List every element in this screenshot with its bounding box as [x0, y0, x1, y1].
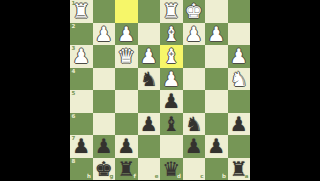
square-f6[interactable]	[115, 113, 138, 136]
piece-white-queen[interactable]: ♛	[117, 46, 135, 66]
square-f3[interactable]: ♛	[115, 45, 138, 68]
chess-board: 1♜♜♚2♟♟♝♟♟3♟♛♟♝♟4♞♟♞5♟6♟♝♞♟7♟♟♟♟♟8hg♚f♜e…	[70, 0, 250, 180]
square-a1[interactable]	[228, 0, 251, 23]
square-e3[interactable]: ♟	[138, 45, 161, 68]
piece-white-king[interactable]: ♚	[185, 1, 203, 21]
square-h4[interactable]: 4	[70, 68, 93, 91]
square-a4[interactable]: ♞	[228, 68, 251, 91]
square-a5[interactable]	[228, 90, 251, 113]
square-g7[interactable]: ♟	[93, 135, 116, 158]
file-label-c: c	[200, 174, 203, 180]
square-d8[interactable]: d♛	[160, 158, 183, 181]
file-label-e: e	[155, 174, 159, 180]
square-d5[interactable]: ♟	[160, 90, 183, 113]
square-e4[interactable]: ♞	[138, 68, 161, 91]
square-g2[interactable]: ♟	[93, 23, 116, 46]
piece-white-rook[interactable]: ♜	[72, 1, 90, 21]
square-h8[interactable]: 8h	[70, 158, 93, 181]
square-b7[interactable]: ♟	[205, 135, 228, 158]
square-b2[interactable]: ♟	[205, 23, 228, 46]
square-c8[interactable]: c	[183, 158, 206, 181]
piece-black-pawn[interactable]: ♟	[117, 136, 135, 156]
piece-black-pawn[interactable]: ♟	[207, 136, 225, 156]
piece-black-pawn[interactable]: ♟	[230, 113, 248, 133]
rank-label-6: 6	[72, 114, 76, 120]
letterbox-right	[250, 0, 320, 180]
square-e2[interactable]	[138, 23, 161, 46]
rank-label-2: 2	[72, 24, 76, 30]
rank-label-8: 8	[72, 159, 76, 165]
piece-white-pawn[interactable]: ♟	[185, 23, 203, 43]
square-h2[interactable]: 2	[70, 23, 93, 46]
square-e5[interactable]	[138, 90, 161, 113]
square-d3[interactable]: ♝	[160, 45, 183, 68]
square-b4[interactable]	[205, 68, 228, 91]
square-a6[interactable]: ♟	[228, 113, 251, 136]
piece-black-queen[interactable]: ♛	[162, 158, 180, 178]
piece-black-knight[interactable]: ♞	[185, 113, 203, 133]
square-a2[interactable]	[228, 23, 251, 46]
square-f8[interactable]: f♜	[115, 158, 138, 181]
square-g1[interactable]	[93, 0, 116, 23]
square-f2[interactable]: ♟	[115, 23, 138, 46]
square-a7[interactable]	[228, 135, 251, 158]
square-e7[interactable]	[138, 135, 161, 158]
square-e1[interactable]	[138, 0, 161, 23]
square-g4[interactable]	[93, 68, 116, 91]
square-c1[interactable]: ♚	[183, 0, 206, 23]
square-b1[interactable]	[205, 0, 228, 23]
square-e6[interactable]: ♟	[138, 113, 161, 136]
piece-white-pawn[interactable]: ♟	[162, 68, 180, 88]
piece-black-pawn[interactable]: ♟	[162, 91, 180, 111]
piece-white-knight[interactable]: ♞	[230, 68, 248, 88]
square-f7[interactable]: ♟	[115, 135, 138, 158]
piece-black-bishop[interactable]: ♝	[162, 113, 180, 133]
piece-black-pawn[interactable]: ♟	[185, 136, 203, 156]
piece-white-pawn[interactable]: ♟	[140, 46, 158, 66]
piece-black-pawn[interactable]: ♟	[95, 136, 113, 156]
square-e8[interactable]: e	[138, 158, 161, 181]
piece-white-pawn[interactable]: ♟	[95, 23, 113, 43]
square-h5[interactable]: 5	[70, 90, 93, 113]
square-b6[interactable]	[205, 113, 228, 136]
square-d7[interactable]	[160, 135, 183, 158]
square-b5[interactable]	[205, 90, 228, 113]
rank-label-5: 5	[72, 91, 76, 97]
square-f5[interactable]	[115, 90, 138, 113]
piece-black-pawn[interactable]: ♟	[72, 136, 90, 156]
piece-white-pawn[interactable]: ♟	[117, 23, 135, 43]
square-d1[interactable]: ♜	[160, 0, 183, 23]
letterbox-left	[0, 0, 70, 180]
file-label-b: b	[222, 174, 226, 180]
piece-white-bishop[interactable]: ♝	[162, 46, 180, 66]
square-d4[interactable]: ♟	[160, 68, 183, 91]
square-f4[interactable]	[115, 68, 138, 91]
piece-black-pawn[interactable]: ♟	[140, 113, 158, 133]
square-c7[interactable]: ♟	[183, 135, 206, 158]
square-c6[interactable]: ♞	[183, 113, 206, 136]
piece-black-rook[interactable]: ♜	[117, 158, 135, 178]
square-g5[interactable]	[93, 90, 116, 113]
piece-black-knight[interactable]: ♞	[140, 68, 158, 88]
square-g8[interactable]: g♚	[93, 158, 116, 181]
square-b3[interactable]	[205, 45, 228, 68]
square-g3[interactable]	[93, 45, 116, 68]
app-window: { "game": "chess", "position": { "fen": …	[0, 0, 320, 180]
square-d2[interactable]: ♝	[160, 23, 183, 46]
square-b8[interactable]: b	[205, 158, 228, 181]
square-c4[interactable]	[183, 68, 206, 91]
square-h7[interactable]: 7♟	[70, 135, 93, 158]
piece-black-king[interactable]: ♚	[95, 158, 113, 178]
piece-white-bishop[interactable]: ♝	[162, 23, 180, 43]
square-h6[interactable]: 6	[70, 113, 93, 136]
square-h3[interactable]: 3♟	[70, 45, 93, 68]
square-c2[interactable]: ♟	[183, 23, 206, 46]
square-c5[interactable]	[183, 90, 206, 113]
piece-black-rook[interactable]: ♜	[230, 158, 248, 178]
file-label-h: h	[87, 174, 91, 180]
piece-white-rook[interactable]: ♜	[162, 1, 180, 21]
square-a3[interactable]: ♟	[228, 45, 251, 68]
square-h1[interactable]: 1♜	[70, 0, 93, 23]
piece-white-pawn[interactable]: ♟	[72, 46, 90, 66]
square-c3[interactable]	[183, 45, 206, 68]
rank-label-4: 4	[72, 69, 76, 75]
square-d6[interactable]: ♝	[160, 113, 183, 136]
square-a8[interactable]: a♜	[228, 158, 251, 181]
piece-white-pawn[interactable]: ♟	[230, 46, 248, 66]
piece-white-pawn[interactable]: ♟	[207, 23, 225, 43]
square-f1[interactable]	[115, 0, 138, 23]
square-g6[interactable]	[93, 113, 116, 136]
